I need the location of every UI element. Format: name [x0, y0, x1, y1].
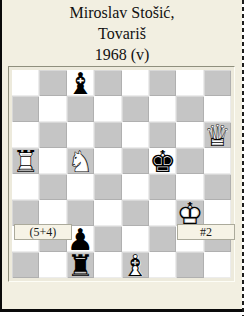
square-a8[interactable]: [12, 70, 39, 96]
white-king[interactable]: ♚♔: [176, 200, 203, 226]
square-g5[interactable]: [176, 148, 203, 174]
white-rook[interactable]: ♜♖: [12, 148, 39, 174]
square-e8[interactable]: [122, 70, 149, 96]
square-a3[interactable]: [12, 200, 39, 226]
black-rook[interactable]: ♜: [67, 252, 94, 278]
square-b1[interactable]: [39, 252, 66, 278]
square-f8[interactable]: [149, 70, 176, 96]
square-f4[interactable]: [149, 174, 176, 200]
square-b4[interactable]: [39, 174, 66, 200]
square-e6[interactable]: [122, 122, 149, 148]
square-d2[interactable]: [94, 226, 121, 252]
square-f3[interactable]: [149, 200, 176, 226]
square-b8[interactable]: [39, 70, 66, 96]
square-c5[interactable]: ♞♘: [67, 148, 94, 174]
square-b5[interactable]: [39, 148, 66, 174]
square-b7[interactable]: [39, 96, 66, 122]
square-d3[interactable]: [94, 200, 121, 226]
square-a5[interactable]: ♜♖: [12, 148, 39, 174]
square-d5[interactable]: [94, 148, 121, 174]
square-h8[interactable]: [204, 70, 231, 96]
black-bishop[interactable]: ♝: [67, 70, 94, 96]
square-d6[interactable]: [94, 122, 121, 148]
problem-panel: Miroslav Stošić, Tovariš 1968 (v) ♝♛♕♜♖♞…: [0, 0, 242, 312]
square-e5[interactable]: [122, 148, 149, 174]
selection-dashed-border: [242, 0, 244, 316]
stipulation-label: #2: [200, 225, 212, 240]
square-c4[interactable]: [67, 174, 94, 200]
page: Miroslav Stošić, Tovariš 1968 (v) ♝♛♕♜♖♞…: [0, 0, 248, 316]
square-g7[interactable]: [176, 96, 203, 122]
square-d4[interactable]: [94, 174, 121, 200]
square-d7[interactable]: [94, 96, 121, 122]
board-frame: ♝♛♕♜♖♞♘♚♚♔♟♜♝♗: [8, 66, 235, 282]
problem-author: Miroslav Stošić,: [2, 2, 242, 23]
square-c7[interactable]: [67, 96, 94, 122]
square-e1[interactable]: ♝♗: [122, 252, 149, 278]
white-queen[interactable]: ♛♕: [204, 122, 231, 148]
white-knight[interactable]: ♞♘: [67, 148, 94, 174]
square-e4[interactable]: [122, 174, 149, 200]
square-h4[interactable]: [204, 174, 231, 200]
piece-count-label: (5+4): [30, 225, 57, 240]
white-bishop[interactable]: ♝♗: [122, 252, 149, 278]
square-e3[interactable]: [122, 200, 149, 226]
square-a1[interactable]: [12, 252, 39, 278]
stipulation-box: #2: [177, 224, 235, 240]
square-h3[interactable]: [204, 200, 231, 226]
problem-title: Miroslav Stošić, Tovariš 1968 (v): [2, 2, 242, 65]
square-e7[interactable]: [122, 96, 149, 122]
square-a7[interactable]: [12, 96, 39, 122]
square-g6[interactable]: [176, 122, 203, 148]
square-f7[interactable]: [149, 96, 176, 122]
square-b6[interactable]: [39, 122, 66, 148]
square-d8[interactable]: [94, 70, 121, 96]
square-d1[interactable]: [94, 252, 121, 278]
square-g3[interactable]: ♚♔: [176, 200, 203, 226]
square-g1[interactable]: [176, 252, 203, 278]
black-king[interactable]: ♚: [149, 148, 176, 174]
square-c1[interactable]: ♜: [67, 252, 94, 278]
problem-year: 1968 (v): [2, 44, 242, 65]
square-f1[interactable]: [149, 252, 176, 278]
square-a4[interactable]: [12, 174, 39, 200]
square-h6[interactable]: ♛♕: [204, 122, 231, 148]
problem-source: Tovariš: [2, 23, 242, 44]
square-h5[interactable]: [204, 148, 231, 174]
piece-count-box: (5+4): [14, 224, 72, 240]
square-h1[interactable]: [204, 252, 231, 278]
square-f5[interactable]: ♚: [149, 148, 176, 174]
square-c8[interactable]: ♝: [67, 70, 94, 96]
square-f2[interactable]: [149, 226, 176, 252]
board: ♝♛♕♜♖♞♘♚♚♔♟♜♝♗: [12, 70, 231, 278]
square-b3[interactable]: [39, 200, 66, 226]
square-g8[interactable]: [176, 70, 203, 96]
